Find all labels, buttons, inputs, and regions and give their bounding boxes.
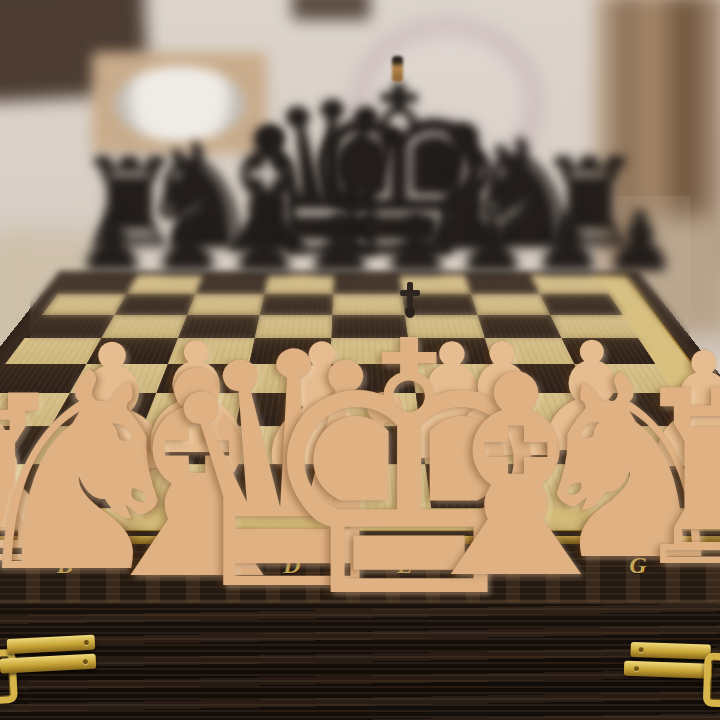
piece-white-rook-h1[interactable]: ♜ <box>620 359 720 600</box>
black-king-finial <box>392 56 403 82</box>
piece-black-pawn-a7[interactable]: ♟ <box>75 201 149 283</box>
screw-icon <box>634 666 639 671</box>
piece-black-pawn-h7[interactable]: ♟ <box>603 201 677 283</box>
frame-edge <box>292 0 370 20</box>
latch-plate <box>630 642 710 660</box>
screw-icon <box>639 647 644 652</box>
piece-black-pawn-b7[interactable]: ♟ <box>151 201 225 283</box>
brass-latch-right[interactable] <box>629 638 720 702</box>
screw-icon <box>83 659 88 664</box>
latch-hook-icon <box>703 652 720 708</box>
white-king-cross-finial <box>399 282 421 320</box>
chess-photo-scene: BCDEFG ♜♞♝♛♚♝♞♜♟♟♟♟♟♟♟♟♟♟♟♟♟♟♟♟♜♞♝♛♚♝♞♜ <box>0 0 720 720</box>
latch-plate <box>624 661 712 679</box>
